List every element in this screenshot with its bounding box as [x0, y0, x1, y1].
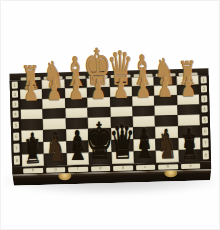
square-f8[interactable] [66, 152, 89, 165]
coordinate-label: 6 [204, 129, 207, 133]
square-e6[interactable] [88, 128, 111, 140]
square-b6[interactable] [155, 126, 178, 138]
coordinate-label: g [54, 168, 57, 172]
chess-set-photo: 1122334455667788 hgfedcba ♜♞♝♚♛♝♞♜♟♟♟♟♟♟… [0, 0, 220, 230]
coordinate-cell: e [91, 166, 111, 172]
coordinate-cell [21, 77, 41, 81]
coordinate-label: f [77, 167, 79, 171]
square-f5[interactable] [65, 118, 88, 130]
coordinate-label: 8 [16, 158, 19, 162]
coordinate-label: b [167, 164, 170, 168]
coordinate-cell: a [181, 163, 201, 169]
coordinate-cell [156, 73, 176, 77]
square-g5[interactable] [43, 118, 66, 130]
coordinate-cell: 3 [199, 94, 209, 104]
coordinate-label: 1 [13, 83, 16, 87]
square-a6[interactable] [178, 126, 201, 138]
coordinate-label: 7 [204, 141, 207, 145]
coordinate-label: 6 [15, 134, 18, 138]
square-g3[interactable] [43, 98, 66, 109]
square-a8[interactable] [178, 149, 201, 162]
square-d3[interactable] [110, 96, 133, 107]
coordinate-cell: 7 [200, 137, 210, 149]
coordinate-cell: 5 [11, 120, 21, 131]
square-c5[interactable] [133, 116, 156, 128]
coordinate-cell [133, 74, 153, 78]
coordinate-cell: 8 [12, 154, 22, 167]
square-e3[interactable] [87, 97, 110, 108]
coordinate-cell [88, 75, 108, 79]
square-f4[interactable] [65, 107, 88, 118]
coordinate-cell: 1 [10, 81, 20, 90]
square-f7[interactable] [66, 140, 89, 153]
square-h5[interactable] [21, 119, 44, 131]
coordinate-cell: 4 [10, 109, 20, 120]
board-grid: 1122334455667788 [10, 75, 211, 167]
coordinate-cell: 1 [199, 75, 209, 84]
coordinate-cell: 4 [199, 104, 209, 115]
coordinate-cell: h [23, 167, 43, 173]
square-h8[interactable] [22, 153, 45, 166]
square-b7[interactable] [156, 138, 179, 151]
square-d5[interactable] [110, 116, 133, 128]
square-d4[interactable] [110, 106, 133, 117]
square-h4[interactable] [20, 108, 43, 119]
square-a4[interactable] [177, 104, 200, 115]
square-c4[interactable] [132, 105, 155, 116]
coordinate-label: c [144, 165, 146, 169]
coordinate-label: 3 [14, 102, 17, 106]
square-g4[interactable] [43, 108, 66, 119]
square-c8[interactable] [134, 150, 157, 163]
square-c7[interactable] [133, 138, 156, 151]
coordinate-cell: c [136, 164, 156, 170]
square-b8[interactable] [156, 150, 179, 163]
coordinate-cell: 6 [200, 125, 210, 137]
square-c3[interactable] [132, 95, 155, 106]
coordinate-cell: b [158, 164, 178, 170]
square-d8[interactable] [111, 151, 134, 164]
square-g7[interactable] [44, 141, 67, 154]
square-d7[interactable] [111, 139, 134, 152]
coordinate-cell: g [46, 167, 66, 173]
square-b5[interactable] [155, 115, 178, 127]
coordinate-label: 5 [15, 123, 18, 127]
square-e4[interactable] [88, 107, 111, 118]
coordinate-cell: 3 [10, 99, 20, 109]
square-g6[interactable] [43, 129, 66, 141]
square-e8[interactable] [89, 151, 112, 164]
coordinate-cell: 8 [201, 149, 211, 162]
coordinate-label: 2 [14, 92, 17, 96]
coordinate-cell: 5 [200, 114, 210, 125]
coordinate-label: 4 [14, 112, 17, 116]
square-a3[interactable] [177, 94, 200, 105]
coordinate-cell [178, 73, 198, 77]
coordinate-label: a [189, 164, 192, 168]
coordinate-cell: f [68, 166, 88, 172]
coordinate-cell: 7 [11, 142, 21, 154]
square-a7[interactable] [178, 137, 201, 150]
coordinate-cell: 6 [11, 130, 21, 142]
coordinate-cell [43, 76, 63, 80]
coordinate-label: 2 [203, 87, 206, 91]
square-a5[interactable] [177, 115, 200, 127]
coordinate-label: 1 [202, 78, 205, 82]
square-g8[interactable] [44, 153, 67, 166]
coordinate-cell: 2 [199, 84, 209, 94]
coordinate-cell [111, 74, 131, 78]
square-d6[interactable] [111, 127, 134, 139]
square-f6[interactable] [66, 129, 89, 141]
coordinate-label: 5 [204, 118, 207, 122]
coordinate-label: 3 [203, 97, 206, 101]
coordinate-cell: 2 [10, 90, 20, 100]
coordinate-cell: d [113, 165, 133, 171]
coordinate-label: e [99, 166, 102, 170]
coordinate-cell [66, 76, 86, 80]
coordinate-label: 4 [203, 107, 206, 111]
square-c6[interactable] [133, 127, 156, 139]
square-h7[interactable] [21, 141, 44, 154]
square-b4[interactable] [155, 105, 178, 116]
square-f3[interactable] [65, 97, 88, 108]
coordinate-label: 8 [204, 153, 207, 157]
coordinate-label: d [122, 166, 125, 170]
square-h3[interactable] [20, 98, 43, 109]
square-b3[interactable] [154, 95, 177, 106]
square-h6[interactable] [21, 130, 44, 142]
coordinate-label: h [32, 168, 35, 172]
square-e7[interactable] [88, 139, 111, 152]
square-e5[interactable] [88, 117, 111, 129]
coordinate-label: 7 [15, 146, 18, 150]
chess-board: 1122334455667788 hgfedcba ♜♞♝♚♛♝♞♜♟♟♟♟♟♟… [9, 68, 211, 186]
